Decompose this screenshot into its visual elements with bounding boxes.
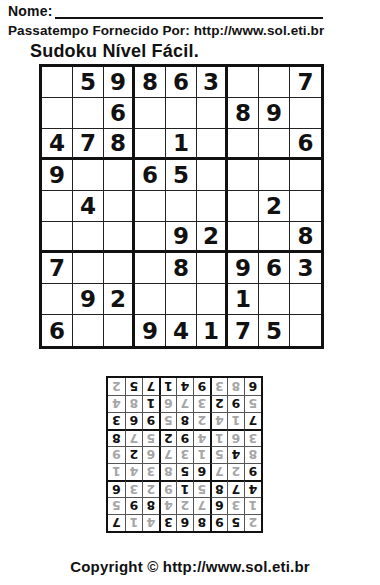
solution-cell-r1c4: 8 bbox=[193, 514, 210, 531]
puzzle-cell-r4c2 bbox=[73, 160, 104, 191]
puzzle-cell-r7c3 bbox=[104, 253, 135, 284]
puzzle-cell-r5c5 bbox=[166, 191, 197, 222]
solution-cell-r6c2: 6 bbox=[227, 429, 244, 446]
solution-cell-r5c4: 1 bbox=[193, 446, 210, 463]
solution-cell-r4c3: 7 bbox=[210, 463, 227, 480]
puzzle-cell-r8c3: 2 bbox=[104, 284, 135, 315]
solution-cell-r2c1: 1 bbox=[244, 497, 261, 514]
solution-cell-r7c9: 3 bbox=[108, 412, 125, 429]
puzzle-cell-r2c8: 9 bbox=[259, 98, 290, 129]
puzzle-cell-r1c7 bbox=[228, 67, 259, 98]
solution-cell-r4c7: 3 bbox=[142, 463, 159, 480]
solution-cell-r8c3: 2 bbox=[210, 395, 227, 412]
puzzle-cell-r9c2 bbox=[73, 315, 104, 346]
puzzle-cell-r4c1: 9 bbox=[42, 160, 73, 191]
puzzle-cell-r8c9 bbox=[290, 284, 321, 315]
solution-cell-r1c8: 1 bbox=[125, 514, 142, 531]
solution-cell-r4c2: 2 bbox=[227, 463, 244, 480]
solution-cell-r8c9: 4 bbox=[108, 395, 125, 412]
puzzle-cell-r5c1 bbox=[42, 191, 73, 222]
puzzle-cell-r1c4: 8 bbox=[135, 67, 166, 98]
solution-cell-r8c7: 1 bbox=[142, 395, 159, 412]
solution-cell-r4c4: 6 bbox=[193, 463, 210, 480]
puzzle-cell-r2c7: 8 bbox=[228, 98, 259, 129]
puzzle-cell-r6c7 bbox=[228, 222, 259, 253]
solution-cell-r6c5: 9 bbox=[176, 429, 193, 446]
solution-cell-r3c9: 6 bbox=[108, 480, 125, 497]
solution-cell-r4c5: 5 bbox=[176, 463, 193, 480]
solution-cell-r5c3: 5 bbox=[210, 446, 227, 463]
puzzle-cell-r9c6: 1 bbox=[197, 315, 228, 346]
puzzle-cell-r7c5: 8 bbox=[166, 253, 197, 284]
puzzle-cell-r4c5: 5 bbox=[166, 160, 197, 191]
solution-cell-r5c6: 7 bbox=[159, 446, 176, 463]
solution-cell-r2c9: 5 bbox=[108, 497, 125, 514]
puzzle-cell-r3c5: 1 bbox=[166, 129, 197, 160]
puzzle-cell-r7c2 bbox=[73, 253, 104, 284]
puzzle-cell-r2c3: 6 bbox=[104, 98, 135, 129]
puzzle-cell-r5c8: 2 bbox=[259, 191, 290, 222]
solution-cell-r3c7: 2 bbox=[142, 480, 159, 497]
solution-cell-r6c4: 4 bbox=[193, 429, 210, 446]
puzzle-cell-r9c3 bbox=[104, 315, 135, 346]
solution-cell-r8c8: 8 bbox=[125, 395, 142, 412]
solution-cell-r6c9: 8 bbox=[108, 429, 125, 446]
puzzle-cell-r8c6 bbox=[197, 284, 228, 315]
puzzle-cell-r1c6: 3 bbox=[197, 67, 228, 98]
solution-cell-r1c6: 3 bbox=[159, 514, 176, 531]
solution-cell-r7c5: 8 bbox=[176, 412, 193, 429]
solution-cell-r9c7: 7 bbox=[142, 378, 159, 395]
solution-cell-r4c6: 8 bbox=[159, 463, 176, 480]
solution-cell-r5c5: 3 bbox=[176, 446, 193, 463]
puzzle-cell-r1c8 bbox=[259, 67, 290, 98]
solution-cell-r8c2: 9 bbox=[227, 395, 244, 412]
puzzle-cell-r9c4: 9 bbox=[135, 315, 166, 346]
solution-cell-r2c7: 8 bbox=[142, 497, 159, 514]
solution-cell-r8c1: 5 bbox=[244, 395, 261, 412]
puzzle-cell-r1c2: 5 bbox=[73, 67, 104, 98]
solution-cell-r5c8: 2 bbox=[125, 446, 142, 463]
puzzle-cell-r4c3 bbox=[104, 160, 135, 191]
puzzle-cell-r3c9: 6 bbox=[290, 129, 321, 160]
solution-cell-r9c5: 4 bbox=[176, 378, 193, 395]
puzzle-cell-r6c8 bbox=[259, 222, 290, 253]
solution-cell-r2c2: 3 bbox=[227, 497, 244, 514]
solution-cell-r6c3: 1 bbox=[210, 429, 227, 446]
puzzle-cell-r6c4 bbox=[135, 222, 166, 253]
puzzle-cell-r4c4: 6 bbox=[135, 160, 166, 191]
puzzle-cell-r3c6 bbox=[197, 129, 228, 160]
puzzle-cell-r4c6 bbox=[197, 160, 228, 191]
puzzle-cell-r2c2 bbox=[73, 98, 104, 129]
puzzle-cell-r1c3: 9 bbox=[104, 67, 135, 98]
puzzle-cell-r7c1: 7 bbox=[42, 253, 73, 284]
page-title: Sudoku Nível Fácil. bbox=[30, 41, 199, 62]
puzzle-cell-r5c7 bbox=[228, 191, 259, 222]
puzzle-cell-r5c3 bbox=[104, 191, 135, 222]
puzzle-cell-r3c4 bbox=[135, 129, 166, 160]
solution-cell-r4c1: 9 bbox=[244, 463, 261, 480]
puzzle-cell-r9c9 bbox=[290, 315, 321, 346]
solution-cell-r9c4: 9 bbox=[193, 378, 210, 395]
solution-grid: 2598634171367248954785192369276583418451… bbox=[106, 376, 263, 533]
solution-cell-r1c7: 4 bbox=[142, 514, 159, 531]
solution-cell-r2c4: 7 bbox=[193, 497, 210, 514]
solution-cell-r5c2: 4 bbox=[227, 446, 244, 463]
solution-cell-r9c8: 5 bbox=[125, 378, 142, 395]
puzzle-cell-r7c6 bbox=[197, 253, 228, 284]
solution-cell-r9c1: 6 bbox=[244, 378, 261, 395]
puzzle-cell-r7c4 bbox=[135, 253, 166, 284]
solution-cell-r1c2: 5 bbox=[227, 514, 244, 531]
solution-cell-r7c3: 4 bbox=[210, 412, 227, 429]
solution-cell-r3c5: 1 bbox=[176, 480, 193, 497]
puzzle-cell-r2c1 bbox=[42, 98, 73, 129]
solution-cell-r6c8: 7 bbox=[125, 429, 142, 446]
solution-cell-r2c8: 9 bbox=[125, 497, 142, 514]
solution-cell-r6c6: 2 bbox=[159, 429, 176, 446]
puzzle-cell-r5c4 bbox=[135, 191, 166, 222]
solution-cell-r7c7: 9 bbox=[142, 412, 159, 429]
puzzle-cell-r9c5: 4 bbox=[166, 315, 197, 346]
puzzle-cell-r8c5 bbox=[166, 284, 197, 315]
puzzle-cell-r7c9: 3 bbox=[290, 253, 321, 284]
puzzle-cell-r6c3 bbox=[104, 222, 135, 253]
solution-cell-r2c5: 2 bbox=[176, 497, 193, 514]
solution-cell-r3c4: 5 bbox=[193, 480, 210, 497]
puzzle-cell-r3c8 bbox=[259, 129, 290, 160]
solution-cell-r1c3: 9 bbox=[210, 514, 227, 531]
solution-cell-r5c1: 8 bbox=[244, 446, 261, 463]
solution-cell-r9c2: 8 bbox=[227, 378, 244, 395]
puzzle-cell-r9c1: 6 bbox=[42, 315, 73, 346]
name-label: Nome: bbox=[8, 3, 53, 19]
solution-cell-r1c5: 6 bbox=[176, 514, 193, 531]
puzzle-cell-r9c7: 7 bbox=[228, 315, 259, 346]
copyright-line: Copyright © http://www.sol.eti.br bbox=[0, 558, 380, 575]
puzzle-cell-r1c5: 6 bbox=[166, 67, 197, 98]
solution-cell-r4c8: 4 bbox=[125, 463, 142, 480]
puzzle-cell-r6c5: 9 bbox=[166, 222, 197, 253]
solution-cell-r7c8: 6 bbox=[125, 412, 142, 429]
puzzle-cell-r8c4 bbox=[135, 284, 166, 315]
puzzle-cell-r8c7: 1 bbox=[228, 284, 259, 315]
puzzle-cell-r8c2: 9 bbox=[73, 284, 104, 315]
solution-cell-r6c1: 3 bbox=[244, 429, 261, 446]
solution-cell-r3c6: 9 bbox=[159, 480, 176, 497]
puzzle-cell-r5c9 bbox=[290, 191, 321, 222]
solution-cell-r7c1: 7 bbox=[244, 412, 261, 429]
solution-cell-r5c9: 9 bbox=[108, 446, 125, 463]
solution-cell-r2c3: 6 bbox=[210, 497, 227, 514]
solution-cell-r8c4: 3 bbox=[193, 395, 210, 412]
puzzle-cell-r4c8 bbox=[259, 160, 290, 191]
puzzle-cell-r3c7 bbox=[228, 129, 259, 160]
puzzle-cell-r4c9 bbox=[290, 160, 321, 191]
puzzle-cell-r8c1 bbox=[42, 284, 73, 315]
solution-cell-r3c3: 8 bbox=[210, 480, 227, 497]
puzzle-cell-r3c3: 8 bbox=[104, 129, 135, 160]
puzzle-cell-r2c4 bbox=[135, 98, 166, 129]
solution-cell-r7c6: 5 bbox=[159, 412, 176, 429]
puzzle-cell-r1c9: 7 bbox=[290, 67, 321, 98]
puzzle-cell-r2c9 bbox=[290, 98, 321, 129]
solution-cell-r6c7: 5 bbox=[142, 429, 159, 446]
puzzle-cell-r5c6 bbox=[197, 191, 228, 222]
solution-cell-r1c1: 2 bbox=[244, 514, 261, 531]
puzzle-cell-r4c7 bbox=[228, 160, 259, 191]
puzzle-cell-r6c6: 2 bbox=[197, 222, 228, 253]
solution-cell-r8c6: 6 bbox=[159, 395, 176, 412]
puzzle-cell-r3c2: 7 bbox=[73, 129, 104, 160]
solution-cell-r9c9: 2 bbox=[108, 378, 125, 395]
solution-cell-r2c6: 4 bbox=[159, 497, 176, 514]
solution-cell-r9c3: 3 bbox=[210, 378, 227, 395]
puzzle-cell-r2c6 bbox=[197, 98, 228, 129]
puzzle-grid: 598637689478169654292878963921694175 bbox=[39, 64, 324, 349]
name-underline bbox=[55, 4, 323, 19]
puzzle-cell-r3c1: 4 bbox=[42, 129, 73, 160]
solution-cell-r1c9: 7 bbox=[108, 514, 125, 531]
puzzle-cell-r7c8: 6 bbox=[259, 253, 290, 284]
puzzle-cell-r5c2: 4 bbox=[73, 191, 104, 222]
solution-cell-r3c8: 3 bbox=[125, 480, 142, 497]
solution-cell-r7c4: 2 bbox=[193, 412, 210, 429]
solution-cell-r5c7: 6 bbox=[142, 446, 159, 463]
puzzle-cell-r2c5 bbox=[166, 98, 197, 129]
name-row: Nome: bbox=[8, 3, 323, 19]
puzzle-cell-r7c7: 9 bbox=[228, 253, 259, 284]
solution-cell-r4c9: 1 bbox=[108, 463, 125, 480]
solution-cell-r8c5: 7 bbox=[176, 395, 193, 412]
solution-cell-r3c1: 4 bbox=[244, 480, 261, 497]
puzzle-cell-r8c8 bbox=[259, 284, 290, 315]
solution-cell-r9c6: 1 bbox=[159, 378, 176, 395]
puzzle-cell-r9c8: 5 bbox=[259, 315, 290, 346]
provider-line: Passatempo Fornecido Por: http://www.sol… bbox=[8, 23, 324, 38]
puzzle-cell-r6c1 bbox=[42, 222, 73, 253]
solution-cell-r7c2: 1 bbox=[227, 412, 244, 429]
solution-cell-r3c2: 7 bbox=[227, 480, 244, 497]
puzzle-cell-r6c2 bbox=[73, 222, 104, 253]
puzzle-cell-r1c1 bbox=[42, 67, 73, 98]
puzzle-cell-r6c9: 8 bbox=[290, 222, 321, 253]
